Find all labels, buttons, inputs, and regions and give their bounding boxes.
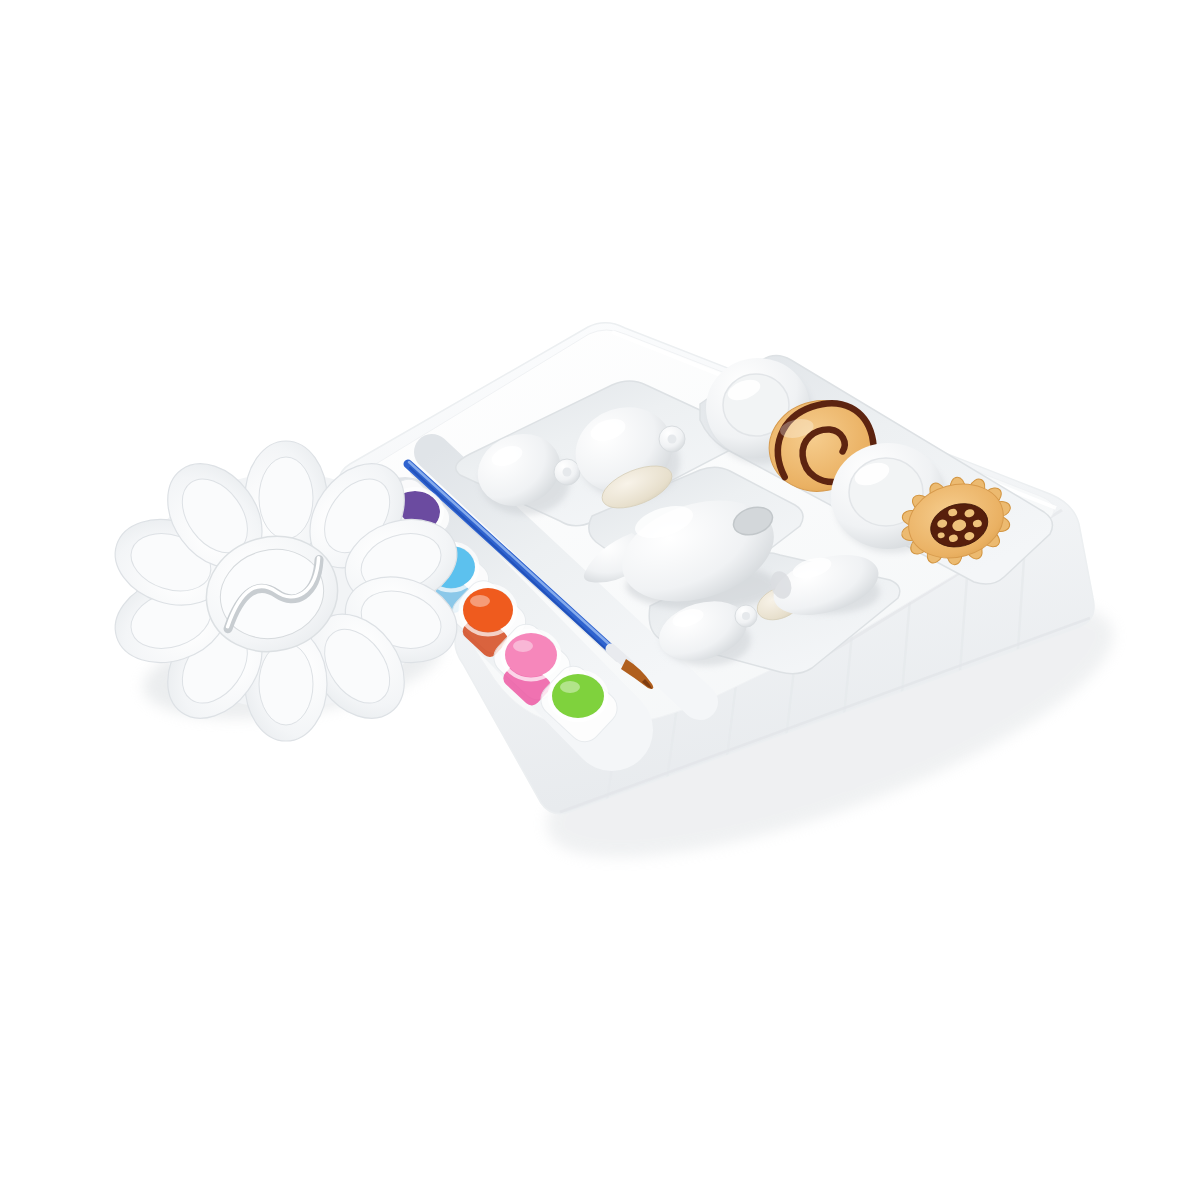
product-photo-tea-set-kit (0, 0, 1200, 1200)
paint-pot-sheen (513, 640, 533, 652)
palette-petal-well (259, 643, 313, 725)
teacup-3-handle-hole (742, 612, 750, 620)
paint-pot-sheen (470, 595, 490, 607)
pink-paint-pot (505, 633, 557, 677)
paint-pot-sheen (560, 681, 580, 693)
teacup-1-handle-hole (563, 468, 572, 477)
green-paint-pot (552, 674, 604, 718)
orange-paint-pot (463, 588, 513, 632)
palette-petal-well (259, 457, 313, 539)
teacup-2-handle-hole (668, 435, 677, 444)
kit-photo-canvas (0, 0, 1200, 1200)
